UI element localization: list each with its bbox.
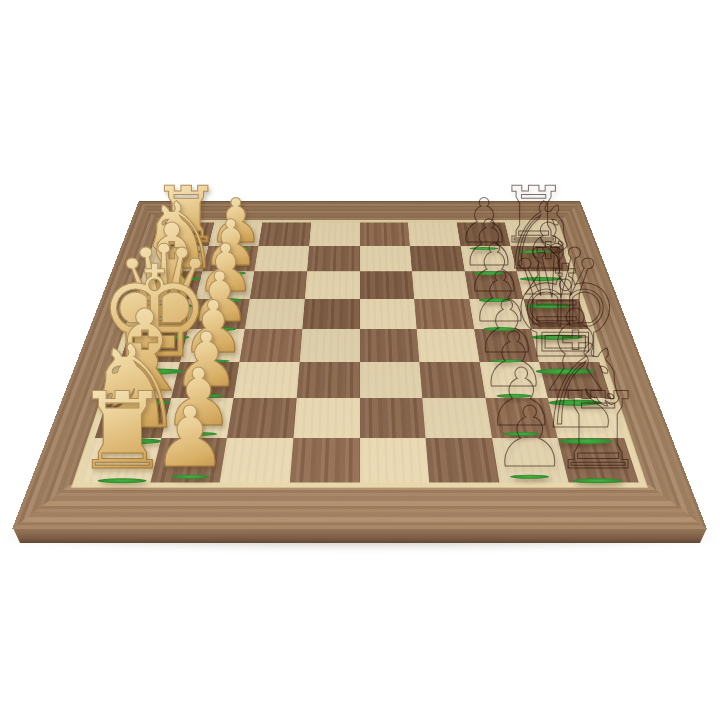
square-h4[interactable] [290,438,360,482]
square-e5[interactable] [360,329,420,362]
square-a4[interactable] [309,222,359,245]
square-h6[interactable] [426,438,499,482]
square-b5[interactable] [360,246,413,271]
black-rook-h8[interactable]: ♜ [550,378,645,484]
square-f5[interactable] [360,362,423,398]
square-g3[interactable] [227,398,296,438]
square-a5[interactable] [360,222,410,245]
white-pawn-h2[interactable]: ♟ [153,396,228,479]
square-c4[interactable] [305,271,360,299]
square-h3[interactable] [220,438,293,482]
square-g4[interactable] [293,398,359,438]
square-h5[interactable] [360,438,430,482]
square-d5[interactable] [360,299,417,329]
square-g6[interactable] [422,398,491,438]
square-f4[interactable] [297,362,360,398]
square-a6[interactable] [408,222,460,245]
square-a3[interactable] [259,222,311,245]
chess-set-photo: ♜♟♟♜♞♟♟♞♝♟♟♝♛♟♟♛♚♟♟♚♝♟♟♝♞♟♟♞♜♟♟♜ [0,0,720,720]
square-d4[interactable] [302,299,359,329]
square-e4[interactable] [300,329,360,362]
square-c5[interactable] [360,271,415,299]
square-b4[interactable] [307,246,360,271]
board-side-edge [13,528,707,543]
square-g5[interactable] [360,398,426,438]
